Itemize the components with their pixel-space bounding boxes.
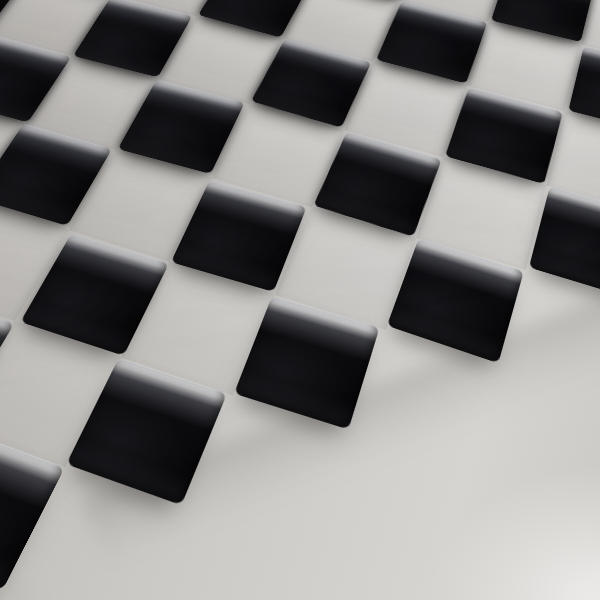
photo-scene: Close-up angled macro photo of a black a…	[0, 0, 600, 600]
checkerboard	[0, 0, 600, 600]
